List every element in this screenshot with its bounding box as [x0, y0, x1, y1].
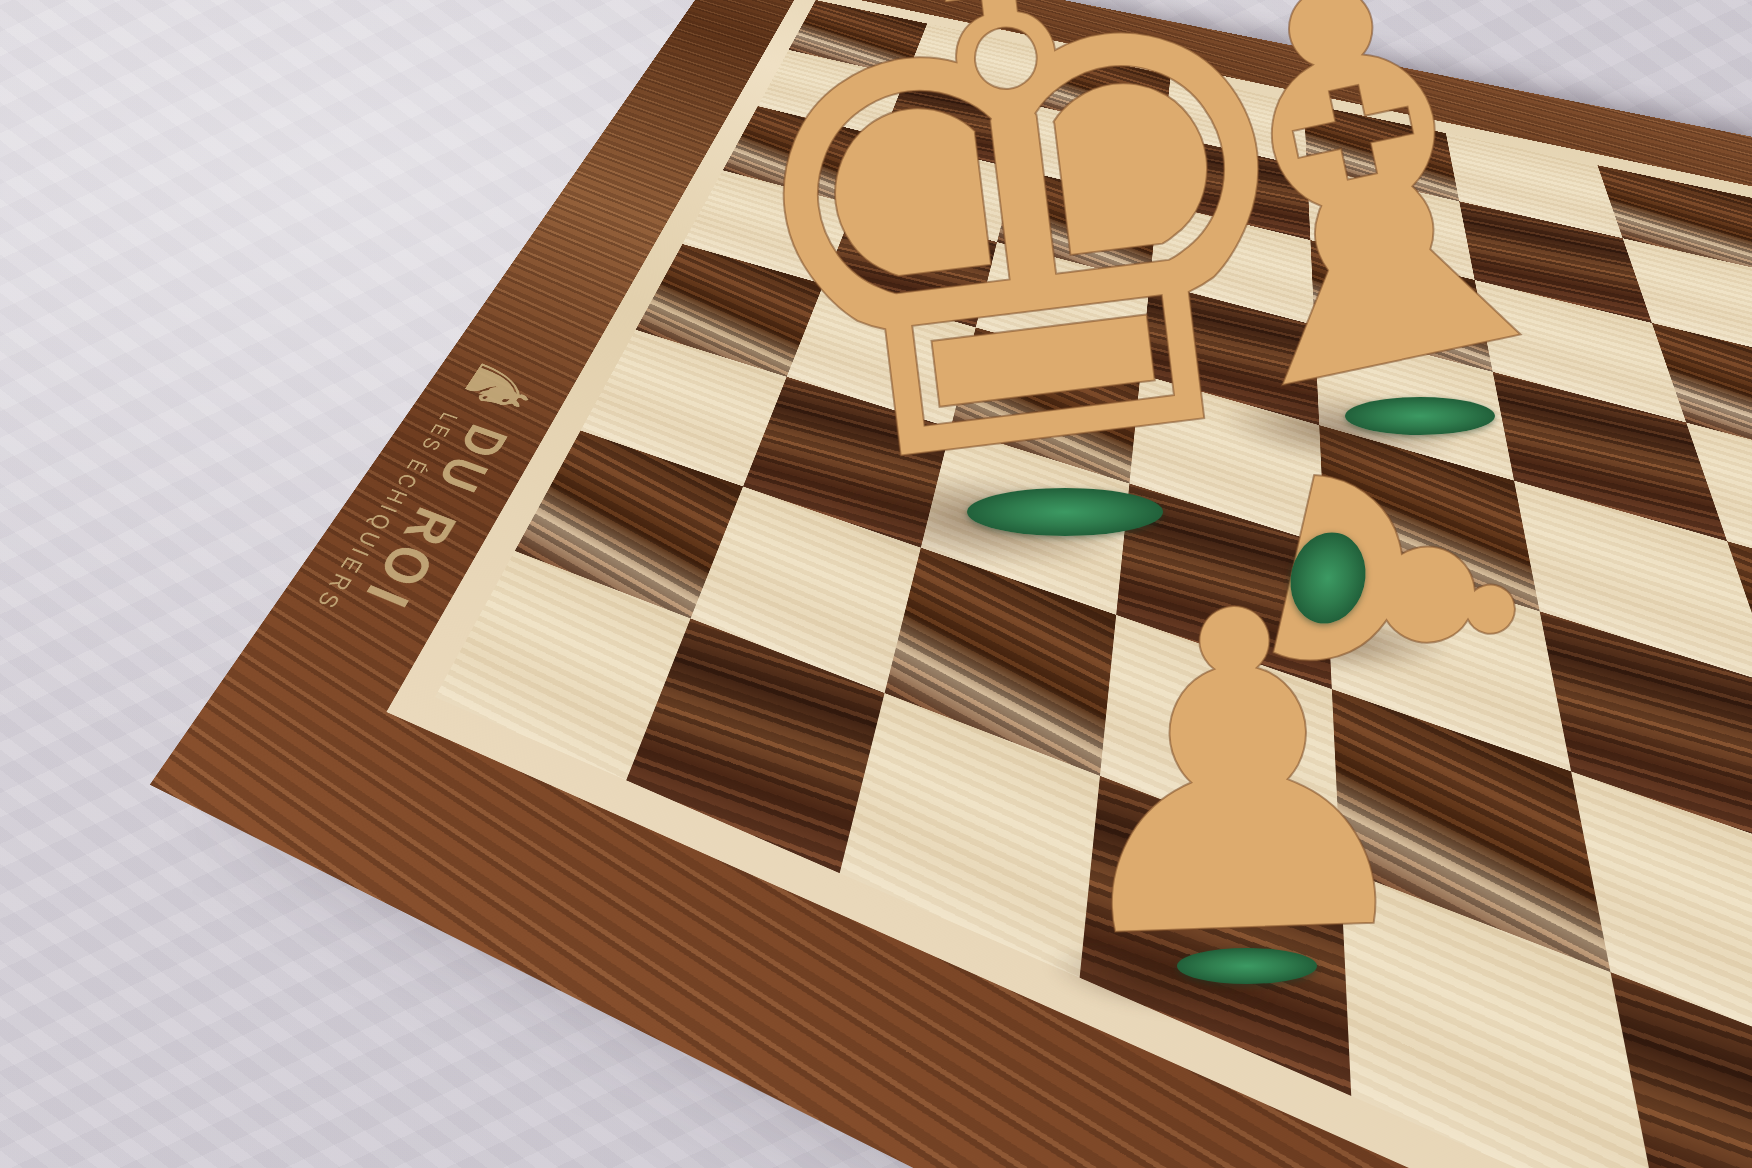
knight-logo-icon: ♞	[444, 351, 554, 427]
white-bishop-e4[interactable]: ♝	[1056, 0, 1673, 492]
white-pawn-e2[interactable]: ♟	[1012, 548, 1467, 1003]
